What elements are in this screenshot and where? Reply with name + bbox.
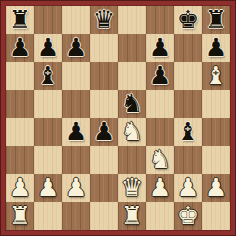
square-f3[interactable]: ♞ (146, 146, 174, 174)
square-c2[interactable]: ♟ (62, 174, 90, 202)
square-e6[interactable] (118, 62, 146, 90)
square-c5[interactable] (62, 90, 90, 118)
square-f2[interactable]: ♟ (146, 174, 174, 202)
square-c1[interactable] (62, 202, 90, 230)
piece-white-pawn[interactable]: ♟ (174, 174, 202, 202)
square-h5[interactable] (202, 90, 230, 118)
square-b3[interactable] (34, 146, 62, 174)
square-b4[interactable] (34, 118, 62, 146)
square-f4[interactable] (146, 118, 174, 146)
square-a1[interactable]: ♜ (6, 202, 34, 230)
square-h3[interactable] (202, 146, 230, 174)
piece-black-pawn[interactable]: ♟ (146, 62, 174, 90)
piece-white-king[interactable]: ♚ (174, 202, 202, 230)
square-a8[interactable]: ♜ (6, 6, 34, 34)
square-g3[interactable] (174, 146, 202, 174)
piece-black-pawn[interactable]: ♟ (34, 34, 62, 62)
square-e4[interactable]: ♞ (118, 118, 146, 146)
square-e8[interactable] (118, 6, 146, 34)
square-h4[interactable] (202, 118, 230, 146)
square-g5[interactable] (174, 90, 202, 118)
square-b1[interactable] (34, 202, 62, 230)
square-f7[interactable]: ♟ (146, 34, 174, 62)
square-h6[interactable]: ♝ (202, 62, 230, 90)
piece-white-knight[interactable]: ♞ (146, 146, 174, 174)
square-e2[interactable]: ♛ (118, 174, 146, 202)
square-b2[interactable]: ♟ (34, 174, 62, 202)
piece-white-queen[interactable]: ♛ (118, 174, 146, 202)
piece-black-pawn[interactable]: ♟ (146, 34, 174, 62)
piece-white-rook[interactable]: ♜ (118, 202, 146, 230)
piece-black-pawn[interactable]: ♟ (62, 118, 90, 146)
piece-black-pawn[interactable]: ♟ (6, 34, 34, 62)
square-g2[interactable]: ♟ (174, 174, 202, 202)
piece-white-pawn[interactable]: ♟ (62, 174, 90, 202)
piece-black-king[interactable]: ♚ (174, 6, 202, 34)
square-c4[interactable]: ♟ (62, 118, 90, 146)
square-d7[interactable] (90, 34, 118, 62)
piece-black-pawn[interactable]: ♟ (202, 34, 230, 62)
square-g8[interactable]: ♚ (174, 6, 202, 34)
piece-black-pawn[interactable]: ♟ (62, 34, 90, 62)
square-g7[interactable] (174, 34, 202, 62)
square-e5[interactable]: ♞ (118, 90, 146, 118)
piece-black-pawn[interactable]: ♟ (90, 118, 118, 146)
piece-black-bishop[interactable]: ♝ (174, 118, 202, 146)
square-f1[interactable] (146, 202, 174, 230)
square-f6[interactable]: ♟ (146, 62, 174, 90)
square-c8[interactable] (62, 6, 90, 34)
piece-white-pawn[interactable]: ♟ (34, 174, 62, 202)
square-d2[interactable] (90, 174, 118, 202)
piece-white-pawn[interactable]: ♟ (6, 174, 34, 202)
square-e3[interactable] (118, 146, 146, 174)
square-b6[interactable]: ♝ (34, 62, 62, 90)
square-a4[interactable] (6, 118, 34, 146)
piece-black-bishop[interactable]: ♝ (34, 62, 62, 90)
square-c6[interactable] (62, 62, 90, 90)
square-b8[interactable] (34, 6, 62, 34)
piece-black-rook[interactable]: ♜ (6, 6, 34, 34)
board-frame: ♜♛♚♜♟♟♟♟♟♝♟♝♞♟♟♞♝♞♟♟♟♛♟♟♟♜♜♚ (0, 0, 236, 236)
square-h1[interactable] (202, 202, 230, 230)
square-c3[interactable] (62, 146, 90, 174)
square-d6[interactable] (90, 62, 118, 90)
piece-black-knight[interactable]: ♞ (118, 90, 146, 118)
square-a5[interactable] (6, 90, 34, 118)
square-f5[interactable] (146, 90, 174, 118)
piece-white-pawn[interactable]: ♟ (146, 174, 174, 202)
square-a7[interactable]: ♟ (6, 34, 34, 62)
square-d4[interactable]: ♟ (90, 118, 118, 146)
piece-black-queen[interactable]: ♛ (90, 6, 118, 34)
piece-white-rook[interactable]: ♜ (6, 202, 34, 230)
square-e7[interactable] (118, 34, 146, 62)
square-d8[interactable]: ♛ (90, 6, 118, 34)
chess-board: ♜♛♚♜♟♟♟♟♟♝♟♝♞♟♟♞♝♞♟♟♟♛♟♟♟♜♜♚ (6, 6, 230, 230)
square-a6[interactable] (6, 62, 34, 90)
square-c7[interactable]: ♟ (62, 34, 90, 62)
square-b7[interactable]: ♟ (34, 34, 62, 62)
piece-white-bishop[interactable]: ♝ (202, 62, 230, 90)
piece-white-knight[interactable]: ♞ (118, 118, 146, 146)
square-a2[interactable]: ♟ (6, 174, 34, 202)
square-d1[interactable] (90, 202, 118, 230)
piece-white-pawn[interactable]: ♟ (202, 174, 230, 202)
square-d3[interactable] (90, 146, 118, 174)
square-h8[interactable]: ♜ (202, 6, 230, 34)
square-b5[interactable] (34, 90, 62, 118)
square-g4[interactable]: ♝ (174, 118, 202, 146)
square-e1[interactable]: ♜ (118, 202, 146, 230)
piece-black-rook[interactable]: ♜ (202, 6, 230, 34)
square-d5[interactable] (90, 90, 118, 118)
square-g1[interactable]: ♚ (174, 202, 202, 230)
square-f8[interactable] (146, 6, 174, 34)
square-g6[interactable] (174, 62, 202, 90)
square-h7[interactable]: ♟ (202, 34, 230, 62)
square-a3[interactable] (6, 146, 34, 174)
square-h2[interactable]: ♟ (202, 174, 230, 202)
